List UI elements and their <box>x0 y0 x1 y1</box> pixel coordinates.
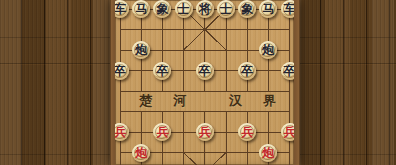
piece-black-cannon[interactable]: 炮 <box>259 41 277 59</box>
piece-character: 炮 <box>135 44 147 56</box>
piece-red-soldier[interactable]: 兵 <box>153 123 171 141</box>
piece-black-horse[interactable]: 马 <box>132 0 150 18</box>
piece-red-soldier[interactable]: 兵 <box>238 123 256 141</box>
piece-black-chariot[interactable]: 车 <box>281 0 295 18</box>
piece-red-soldier[interactable]: 兵 <box>196 123 214 141</box>
piece-character: 马 <box>135 3 147 15</box>
piece-character: 炮 <box>262 44 274 56</box>
piece-character: 车 <box>115 3 126 15</box>
xiangqi-board[interactable]: 楚 河 汉 界 车马象士将士象马车炮炮卒卒卒卒卒兵兵兵兵兵炮炮 <box>110 0 300 165</box>
piece-black-soldier[interactable]: 卒 <box>153 62 171 80</box>
piece-character: 兵 <box>156 126 168 138</box>
piece-black-cannon[interactable]: 炮 <box>132 41 150 59</box>
piece-character: 卒 <box>115 65 126 77</box>
piece-black-advisor[interactable]: 士 <box>175 0 193 18</box>
piece-character: 象 <box>241 3 253 15</box>
piece-character: 士 <box>178 3 190 15</box>
piece-black-soldier[interactable]: 卒 <box>281 62 295 80</box>
piece-black-general[interactable]: 将 <box>196 0 214 18</box>
piece-character: 兵 <box>199 126 211 138</box>
pieces-grid: 车马象士将士象马车炮炮卒卒卒卒卒兵兵兵兵兵炮炮 <box>115 0 294 163</box>
piece-character: 炮 <box>135 147 147 159</box>
piece-black-elephant[interactable]: 象 <box>238 0 256 18</box>
piece-black-elephant[interactable]: 象 <box>153 0 171 18</box>
piece-red-soldier[interactable]: 兵 <box>281 123 295 141</box>
piece-character: 象 <box>156 3 168 15</box>
piece-red-cannon[interactable]: 炮 <box>132 144 150 162</box>
piece-character: 炮 <box>262 147 274 159</box>
piece-red-soldier[interactable]: 兵 <box>115 123 129 141</box>
piece-black-soldier[interactable]: 卒 <box>196 62 214 80</box>
piece-character: 将 <box>199 3 211 15</box>
piece-black-chariot[interactable]: 车 <box>115 0 129 18</box>
piece-red-cannon[interactable]: 炮 <box>259 144 277 162</box>
piece-character: 卒 <box>199 65 211 77</box>
piece-black-soldier[interactable]: 卒 <box>238 62 256 80</box>
piece-character: 兵 <box>284 126 295 138</box>
piece-character: 兵 <box>115 126 126 138</box>
piece-character: 兵 <box>241 126 253 138</box>
piece-character: 士 <box>220 3 232 15</box>
piece-character: 卒 <box>241 65 253 77</box>
piece-character: 卒 <box>156 65 168 77</box>
xiangqi-game-screen: 楚 河 汉 界 车马象士将士象马车炮炮卒卒卒卒卒兵兵兵兵兵炮炮 <box>0 0 396 165</box>
board-surface: 楚 河 汉 界 车马象士将士象马车炮炮卒卒卒卒卒兵兵兵兵兵炮炮 <box>115 0 294 165</box>
piece-character: 车 <box>284 3 295 15</box>
piece-character: 马 <box>262 3 274 15</box>
piece-black-advisor[interactable]: 士 <box>217 0 235 18</box>
piece-character: 卒 <box>284 65 295 77</box>
piece-black-soldier[interactable]: 卒 <box>115 62 129 80</box>
piece-black-horse[interactable]: 马 <box>259 0 277 18</box>
